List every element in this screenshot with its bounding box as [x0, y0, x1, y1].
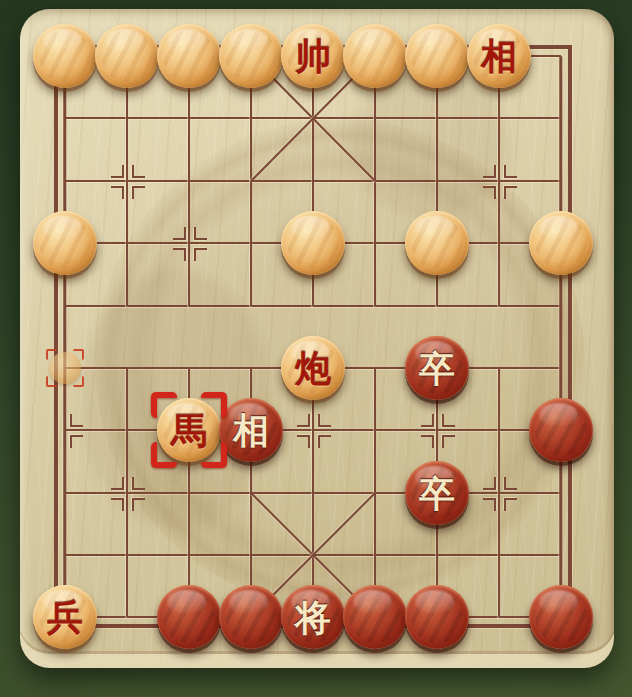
point-marker [483, 165, 496, 178]
point-marker [111, 498, 124, 511]
piece-red-horse[interactable]: 馬 [157, 398, 221, 462]
point-marker [421, 414, 434, 427]
point-marker [194, 248, 207, 261]
piece-character: 馬 [171, 412, 207, 448]
point-marker [421, 435, 434, 448]
point-marker [111, 186, 124, 199]
piece-hidden-red[interactable] [343, 24, 407, 88]
piece-hidden-black[interactable] [219, 585, 283, 649]
point-marker [132, 165, 145, 178]
point-marker [504, 477, 517, 490]
piece-hidden-black[interactable] [529, 398, 593, 462]
piece-hidden-red[interactable] [219, 24, 283, 88]
piece-black-elephant[interactable]: 相 [219, 398, 283, 462]
piece-hidden-red[interactable] [529, 211, 593, 275]
piece-hidden-black[interactable] [157, 585, 221, 649]
piece-character: 炮 [295, 350, 331, 386]
point-marker [297, 435, 310, 448]
piece-red-elephant[interactable]: 相 [467, 24, 531, 88]
piece-red-soldier[interactable]: 兵 [33, 585, 97, 649]
piece-character: 兵 [47, 599, 83, 635]
piece-character: 相 [481, 38, 517, 74]
point-marker [483, 186, 496, 199]
piece-hidden-black[interactable] [529, 585, 593, 649]
point-marker [297, 414, 310, 427]
piece-character: 帅 [295, 38, 331, 74]
last-move-origin-ghost [49, 352, 81, 384]
piece-red-general[interactable]: 帅 [281, 24, 345, 88]
piece-character: 将 [295, 599, 331, 635]
piece-hidden-red[interactable] [405, 211, 469, 275]
piece-character: 相 [233, 412, 269, 448]
piece-hidden-red[interactable] [281, 211, 345, 275]
point-marker [483, 498, 496, 511]
piece-hidden-red[interactable] [405, 24, 469, 88]
point-marker [483, 477, 496, 490]
piece-black-soldier[interactable]: 卒 [405, 336, 469, 400]
piece-black-soldier[interactable]: 卒 [405, 461, 469, 525]
xiangqi-dark-chess-screen: 帅相炮卒馬相卒兵将 [0, 0, 632, 697]
point-marker [194, 227, 207, 240]
point-marker [111, 477, 124, 490]
point-marker [442, 414, 455, 427]
point-marker [504, 498, 517, 511]
point-marker [318, 435, 331, 448]
point-marker [132, 477, 145, 490]
piece-character: 卒 [419, 475, 455, 511]
point-marker [70, 435, 83, 448]
piece-hidden-red[interactable] [157, 24, 221, 88]
point-marker [132, 498, 145, 511]
point-marker [111, 165, 124, 178]
point-marker [132, 186, 145, 199]
point-marker [173, 227, 186, 240]
piece-red-cannon[interactable]: 炮 [281, 336, 345, 400]
point-marker [70, 414, 83, 427]
point-marker [442, 435, 455, 448]
point-marker [318, 414, 331, 427]
piece-hidden-red[interactable] [95, 24, 159, 88]
piece-hidden-black[interactable] [405, 585, 469, 649]
piece-black-general[interactable]: 将 [281, 585, 345, 649]
piece-hidden-black[interactable] [343, 585, 407, 649]
piece-hidden-red[interactable] [33, 24, 97, 88]
point-marker [173, 248, 186, 261]
piece-hidden-red[interactable] [33, 211, 97, 275]
point-marker [504, 165, 517, 178]
point-marker [504, 186, 517, 199]
piece-character: 卒 [419, 350, 455, 386]
